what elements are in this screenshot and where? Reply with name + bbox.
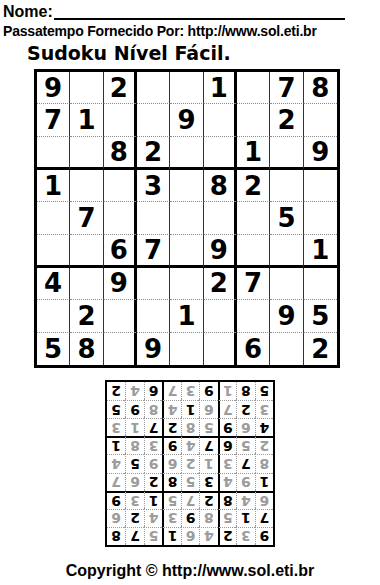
cell-r1c5[interactable] — [170, 72, 203, 104]
solution-cell-r9c5: 3 — [181, 382, 199, 400]
solution-cell-r1c9: 8 — [107, 527, 125, 545]
solution-cell-r2c6: 3 — [162, 509, 180, 527]
solution-cell-r9c3: 1 — [218, 382, 236, 400]
provider-line: Passatempo Fornecido Por: http://www.sol… — [3, 23, 380, 39]
cell-r9c1: 5 — [37, 333, 70, 365]
cell-r3c2[interactable] — [70, 137, 103, 170]
solution-cell-r1c2: 3 — [236, 527, 254, 545]
cell-r2c6[interactable] — [204, 104, 237, 136]
cell-r9c3[interactable] — [104, 333, 137, 365]
solution-area: 9324615787158934266482751391943582678731… — [0, 380, 380, 547]
cell-r1c8: 7 — [270, 72, 303, 104]
cell-r6c2[interactable] — [70, 235, 103, 268]
solution-cell-r6c3: 6 — [218, 436, 236, 454]
cell-r1c4[interactable] — [137, 72, 170, 104]
solution-cell-r3c2: 4 — [236, 491, 254, 509]
solution-cell-r7c8: 1 — [125, 418, 143, 436]
solution-cell-r8c2: 2 — [236, 400, 254, 418]
solution-cell-r1c1: 9 — [255, 527, 273, 545]
cell-r1c7[interactable] — [237, 72, 270, 104]
cell-r2c4[interactable] — [137, 104, 170, 136]
cell-r3c6[interactable] — [204, 137, 237, 170]
solution-grid-rotated: 9324615787158934266482751391943582678731… — [105, 380, 275, 547]
name-fill-line — [54, 5, 345, 20]
cell-r5c9[interactable] — [304, 202, 337, 234]
solution-cell-r4c1: 1 — [255, 473, 273, 491]
cell-r4c4: 3 — [137, 170, 170, 202]
cell-r9c7: 6 — [237, 333, 270, 365]
cell-r6c4: 7 — [137, 235, 170, 268]
solution-cell-r1c4: 4 — [199, 527, 217, 545]
solution-cell-r8c5: 1 — [181, 400, 199, 418]
solution-cell-r4c2: 9 — [236, 473, 254, 491]
solution-cell-r6c8: 8 — [125, 436, 143, 454]
solution-cell-r1c5: 6 — [181, 527, 199, 545]
solution-cell-r2c5: 9 — [181, 509, 199, 527]
cell-r5c8: 5 — [270, 202, 303, 234]
solution-cell-r7c7: 7 — [144, 418, 162, 436]
cell-r9c6[interactable] — [204, 333, 237, 365]
solution-cell-r5c5: 2 — [181, 454, 199, 472]
solution-cell-r8c4: 6 — [199, 400, 217, 418]
cell-r5c2: 7 — [70, 202, 103, 234]
solution-cell-r7c5: 8 — [181, 418, 199, 436]
solution-cell-r4c4: 3 — [199, 473, 217, 491]
copyright: Copyright © http://www.sol.eti.br — [0, 562, 380, 580]
solution-cell-r2c9: 6 — [107, 509, 125, 527]
solution-cell-r2c4: 8 — [199, 509, 217, 527]
solution-cell-r9c8: 4 — [125, 382, 143, 400]
solution-cell-r6c2: 5 — [236, 436, 254, 454]
solution-cell-r4c3: 4 — [218, 473, 236, 491]
solution-cell-r3c3: 8 — [218, 491, 236, 509]
solution-cell-r7c4: 5 — [199, 418, 217, 436]
solution-cell-r5c6: 6 — [162, 454, 180, 472]
solution-cell-r4c9: 7 — [107, 473, 125, 491]
cell-r8c6[interactable] — [204, 300, 237, 332]
solution-cell-r8c8: 9 — [125, 400, 143, 418]
solution-cell-r8c7: 8 — [144, 400, 162, 418]
cell-r6c1[interactable] — [37, 235, 70, 268]
cell-r3c1[interactable] — [37, 137, 70, 170]
cell-r1c1: 9 — [37, 72, 70, 104]
solution-cell-r2c3: 5 — [218, 509, 236, 527]
cell-r3c7: 1 — [237, 137, 270, 170]
solution-cell-r7c9: 3 — [107, 418, 125, 436]
cell-r4c3[interactable] — [104, 170, 137, 202]
cell-r6c7[interactable] — [237, 235, 270, 268]
cell-r7c9[interactable] — [304, 268, 337, 300]
solution-cell-r3c8: 3 — [125, 491, 143, 509]
solution-cell-r6c7: 3 — [144, 436, 162, 454]
solution-cell-r2c1: 7 — [255, 509, 273, 527]
solution-cell-r3c6: 5 — [162, 491, 180, 509]
solution-cell-r9c2: 8 — [236, 382, 254, 400]
cell-r2c8: 2 — [270, 104, 303, 136]
solution-cell-r8c9: 5 — [107, 400, 125, 418]
solution-cell-r3c1: 6 — [255, 491, 273, 509]
solution-cell-r9c7: 6 — [144, 382, 162, 400]
cell-r8c4[interactable] — [137, 300, 170, 332]
cell-r8c3[interactable] — [104, 300, 137, 332]
solution-cell-r5c1: 8 — [255, 454, 273, 472]
solution-cell-r6c5: 4 — [181, 436, 199, 454]
solution-cell-r1c8: 7 — [125, 527, 143, 545]
solution-cell-r3c7: 1 — [144, 491, 162, 509]
solution-cell-r2c8: 2 — [125, 509, 143, 527]
solution-cell-r9c1: 5 — [255, 382, 273, 400]
cell-r1c2[interactable] — [70, 72, 103, 104]
solution-cell-r3c4: 2 — [199, 491, 217, 509]
cell-r4c8[interactable] — [270, 170, 303, 202]
page-title: Sudoku Nível Fácil. — [27, 42, 380, 64]
solution-cell-r5c2: 7 — [236, 454, 254, 472]
solution-cell-r7c3: 9 — [218, 418, 236, 436]
solution-cell-r4c8: 6 — [125, 473, 143, 491]
cell-r2c5: 9 — [170, 104, 203, 136]
solution-cell-r4c7: 2 — [144, 473, 162, 491]
cell-r5c5[interactable] — [170, 202, 203, 234]
cell-r7c8[interactable] — [270, 268, 303, 300]
cell-r2c2: 1 — [70, 104, 103, 136]
cell-r8c9: 5 — [304, 300, 337, 332]
solution-cell-r6c4: 7 — [199, 436, 217, 454]
solution-cell-r6c1: 2 — [255, 436, 273, 454]
solution-cell-r8c1: 3 — [255, 400, 273, 418]
cell-r7c6: 2 — [204, 268, 237, 300]
cell-r3c5[interactable] — [170, 137, 203, 170]
solution-cell-r5c8: 5 — [125, 454, 143, 472]
name-row: Nome: — [3, 3, 345, 20]
solution-cell-r5c7: 9 — [144, 454, 162, 472]
cell-r8c7[interactable] — [237, 300, 270, 332]
cell-r9c4: 9 — [137, 333, 170, 365]
solution-cell-r4c5: 5 — [181, 473, 199, 491]
solution-cell-r2c7: 4 — [144, 509, 162, 527]
cell-r7c1: 4 — [37, 268, 70, 300]
cell-r9c5[interactable] — [170, 333, 203, 365]
solution-cell-r7c2: 6 — [236, 418, 254, 436]
solution-cell-r3c5: 7 — [181, 491, 199, 509]
solution-cell-r1c7: 5 — [144, 527, 162, 545]
cell-r5c6[interactable] — [204, 202, 237, 234]
name-label: Nome: — [3, 4, 53, 20]
cell-r3c4: 2 — [137, 137, 170, 170]
cell-r3c9: 9 — [304, 137, 337, 170]
cell-r6c8[interactable] — [270, 235, 303, 268]
cell-r3c3: 8 — [104, 137, 137, 170]
solution-cell-r5c4: 1 — [199, 454, 217, 472]
cell-r5c3[interactable] — [104, 202, 137, 234]
solution-cell-r6c6: 9 — [162, 436, 180, 454]
cell-r4c9[interactable] — [304, 170, 337, 202]
solution-cell-r5c9: 4 — [107, 454, 125, 472]
cell-r4c7: 2 — [237, 170, 270, 202]
cell-r8c2: 2 — [70, 300, 103, 332]
cell-r9c8[interactable] — [270, 333, 303, 365]
solution-cell-r9c4: 9 — [199, 382, 217, 400]
cell-r5c4[interactable] — [137, 202, 170, 234]
cell-r2c9[interactable] — [304, 104, 337, 136]
cell-r7c7: 7 — [237, 268, 270, 300]
cell-r4c5[interactable] — [170, 170, 203, 202]
sudoku-grid: 921787192821913827567914927219558962 — [34, 69, 340, 368]
cell-r7c2[interactable] — [70, 268, 103, 300]
cell-r8c8: 9 — [270, 300, 303, 332]
cell-r9c9: 2 — [304, 333, 337, 365]
cell-r7c4[interactable] — [137, 268, 170, 300]
cell-r8c5: 1 — [170, 300, 203, 332]
worksheet-page: Nome: Passatempo Fornecido Por: http://w… — [0, 0, 380, 585]
solution-cell-r6c9: 1 — [107, 436, 125, 454]
cell-r7c5[interactable] — [170, 268, 203, 300]
cell-r2c1: 7 — [37, 104, 70, 136]
cell-r1c3: 2 — [104, 72, 137, 104]
cell-r9c2: 8 — [70, 333, 103, 365]
cell-r6c3: 6 — [104, 235, 137, 268]
cell-r1c9: 8 — [304, 72, 337, 104]
cell-r4c6: 8 — [204, 170, 237, 202]
cell-r8c1[interactable] — [37, 300, 70, 332]
cell-r2c7[interactable] — [237, 104, 270, 136]
cell-r6c5[interactable] — [170, 235, 203, 268]
solution-cell-r9c9: 2 — [107, 382, 125, 400]
solution-cell-r9c6: 7 — [162, 382, 180, 400]
cell-r4c1: 1 — [37, 170, 70, 202]
cell-r5c1[interactable] — [37, 202, 70, 234]
cell-r5c7[interactable] — [237, 202, 270, 234]
solution-cell-r8c3: 7 — [218, 400, 236, 418]
cell-r4c2[interactable] — [70, 170, 103, 202]
solution-cell-r5c3: 3 — [218, 454, 236, 472]
cell-r3c8[interactable] — [270, 137, 303, 170]
solution-cell-r3c9: 9 — [107, 491, 125, 509]
solution-cell-r2c2: 1 — [236, 509, 254, 527]
cell-r7c3: 9 — [104, 268, 137, 300]
solution-cell-r1c3: 2 — [218, 527, 236, 545]
cell-r1c6: 1 — [204, 72, 237, 104]
cell-r6c9: 1 — [304, 235, 337, 268]
solution-cell-r4c6: 8 — [162, 473, 180, 491]
cell-r2c3[interactable] — [104, 104, 137, 136]
solution-cell-r8c6: 4 — [162, 400, 180, 418]
solution-cell-r7c1: 4 — [255, 418, 273, 436]
solution-cell-r1c6: 1 — [162, 527, 180, 545]
solution-cell-r7c6: 2 — [162, 418, 180, 436]
cell-r6c6: 9 — [204, 235, 237, 268]
